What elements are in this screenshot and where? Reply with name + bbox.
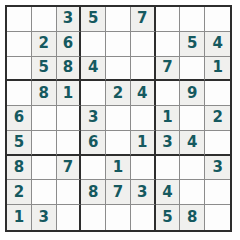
cell-r7c6-empty[interactable] [131,156,156,181]
cell-r8c9-empty[interactable] [205,180,230,205]
cell-r6c3-empty[interactable] [57,131,82,156]
cell-r3c5-empty[interactable] [106,57,131,82]
cell-r4c5-given: 2 [106,81,131,106]
cell-r4c6-given: 4 [131,81,156,106]
cell-r8c5-given: 7 [106,180,131,205]
cell-r6c6-given: 1 [131,131,156,156]
cell-r9c5-empty[interactable] [106,205,131,230]
cell-r2c9-given: 4 [205,32,230,57]
cell-r2c6-empty[interactable] [131,32,156,57]
cell-r4c2-given: 8 [32,81,57,106]
cell-r5c6-empty[interactable] [131,106,156,131]
cell-r1c6-given: 7 [131,7,156,32]
cell-r4c7-empty[interactable] [156,81,181,106]
cell-r7c9-given: 3 [205,156,230,181]
cell-r5c1-given: 6 [7,106,32,131]
cell-r2c2-given: 2 [32,32,57,57]
cell-r6c5-empty[interactable] [106,131,131,156]
cell-r1c5-empty[interactable] [106,7,131,32]
cell-r6c1-given: 5 [7,131,32,156]
cell-r5c3-empty[interactable] [57,106,82,131]
cell-r6c7-given: 3 [156,131,181,156]
cell-r6c2-empty[interactable] [32,131,57,156]
cell-r1c9-empty[interactable] [205,7,230,32]
cell-r3c7-given: 7 [156,57,181,82]
cell-r2c7-empty[interactable] [156,32,181,57]
cell-r7c7-empty[interactable] [156,156,181,181]
cell-r3c9-given: 1 [205,57,230,82]
cell-r2c8-given: 5 [180,32,205,57]
cell-r5c2-empty[interactable] [32,106,57,131]
cell-r1c7-empty[interactable] [156,7,181,32]
cell-r5c8-empty[interactable] [180,106,205,131]
cell-r3c4-given: 4 [81,57,106,82]
cell-r2c3-given: 6 [57,32,82,57]
cell-r7c5-given: 1 [106,156,131,181]
cell-r7c4-empty[interactable] [81,156,106,181]
cell-r6c9-empty[interactable] [205,131,230,156]
cell-r9c1-given: 1 [7,205,32,230]
cell-r3c3-given: 8 [57,57,82,82]
cell-r7c3-given: 7 [57,156,82,181]
cell-r1c2-empty[interactable] [32,7,57,32]
cell-r9c7-given: 5 [156,205,181,230]
cell-r8c8-empty[interactable] [180,180,205,205]
cell-r2c4-empty[interactable] [81,32,106,57]
cell-r6c4-given: 6 [81,131,106,156]
cell-r9c6-empty[interactable] [131,205,156,230]
cell-r5c4-given: 3 [81,106,106,131]
cell-r6c8-given: 4 [180,131,205,156]
cell-r8c1-given: 2 [7,180,32,205]
cell-r9c2-given: 3 [32,205,57,230]
cell-r7c2-empty[interactable] [32,156,57,181]
cell-r1c8-empty[interactable] [180,7,205,32]
cell-r9c3-empty[interactable] [57,205,82,230]
cell-r1c1-empty[interactable] [7,7,32,32]
cell-r1c4-given: 5 [81,7,106,32]
cell-r2c5-empty[interactable] [106,32,131,57]
cell-r7c1-given: 8 [7,156,32,181]
sudoku-page: 357265458471812496312561348713287341358 [0,0,240,240]
cell-r4c3-given: 1 [57,81,82,106]
cell-r3c2-given: 5 [32,57,57,82]
cell-r1c3-given: 3 [57,7,82,32]
cell-r3c6-empty[interactable] [131,57,156,82]
cell-r8c3-empty[interactable] [57,180,82,205]
cell-r3c1-empty[interactable] [7,57,32,82]
cell-r4c1-empty[interactable] [7,81,32,106]
cell-r5c7-given: 1 [156,106,181,131]
sudoku-board: 357265458471812496312561348713287341358 [5,5,232,232]
cell-r7c8-empty[interactable] [180,156,205,181]
cell-r3c8-empty[interactable] [180,57,205,82]
cell-r4c9-empty[interactable] [205,81,230,106]
cell-r8c6-given: 3 [131,180,156,205]
cell-r9c4-empty[interactable] [81,205,106,230]
cell-r4c4-empty[interactable] [81,81,106,106]
cell-r9c8-given: 8 [180,205,205,230]
cell-r5c5-empty[interactable] [106,106,131,131]
cell-r2c1-empty[interactable] [7,32,32,57]
cell-r4c8-given: 9 [180,81,205,106]
cell-r8c2-empty[interactable] [32,180,57,205]
cell-r8c7-given: 4 [156,180,181,205]
cell-r8c4-given: 8 [81,180,106,205]
cell-r5c9-given: 2 [205,106,230,131]
cell-r9c9-empty[interactable] [205,205,230,230]
